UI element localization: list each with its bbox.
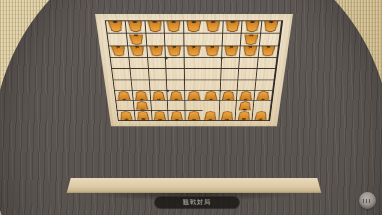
board-cell-4e[interactable] [203, 69, 221, 80]
status-pill[interactable]: 観戦対局 [154, 196, 240, 209]
piece-face [112, 46, 125, 55]
board-cell-5f[interactable] [185, 80, 203, 91]
board-cell-4b[interactable] [203, 34, 222, 46]
board-cell-3f[interactable] [220, 80, 238, 91]
shogi-piece-gyokusho-gote[interactable]: 玉将 [186, 22, 201, 33]
piece-face [207, 22, 220, 32]
board-cell-6f[interactable] [167, 80, 185, 91]
piece-face [120, 112, 132, 120]
piece-face [262, 46, 275, 55]
piece-face [154, 112, 165, 120]
board-cell-7c[interactable]: 歩兵 [147, 46, 166, 58]
shogi-piece-fuhyo-sente[interactable]: 歩兵 [256, 91, 270, 100]
piece-face [169, 46, 181, 55]
shogi-piece-kakugyo-sente[interactable]: 角行 [135, 101, 148, 110]
board-cell-2b[interactable]: 角行 [241, 34, 261, 46]
shogi-piece-fuhyo-gote[interactable]: 歩兵 [242, 46, 257, 56]
shogi-piece-kakugyo-gote[interactable]: 角行 [243, 34, 258, 45]
board-cell-1e[interactable] [257, 69, 276, 80]
piece-face [130, 34, 143, 44]
board-cell-9d[interactable] [111, 58, 131, 69]
piece-face [223, 92, 235, 100]
piece-face [205, 92, 216, 100]
board-cell-3a[interactable]: 銀将 [223, 21, 243, 34]
board-cell-7e[interactable] [148, 69, 167, 80]
shogi-piece-kinsho-sente[interactable]: 金将 [170, 111, 183, 120]
piece-face [188, 92, 200, 100]
shogi-piece-osho-sente[interactable]: 王将 [187, 111, 200, 120]
board-cell-6c[interactable]: 歩兵 [166, 46, 185, 58]
board-cell-8b[interactable]: 飛車 [127, 34, 147, 46]
shogi-piece-ginsho-sente[interactable]: 銀将 [153, 111, 166, 120]
piece-face [257, 92, 269, 100]
board-cell-6b[interactable] [165, 34, 184, 46]
shogi-piece-kyosha-gote[interactable]: 香車 [263, 22, 279, 33]
board-cell-5g[interactable]: 歩兵 [185, 91, 203, 101]
piece-face [245, 22, 258, 32]
board-cell-6h[interactable] [168, 101, 185, 111]
board-cell-9h[interactable] [116, 101, 134, 111]
board-cell-6a[interactable]: 金将 [165, 21, 185, 34]
piece-face [264, 22, 278, 32]
shogi-piece-ginsho-sente[interactable]: 銀将 [221, 111, 234, 120]
piece-face [135, 92, 147, 100]
piece-face [153, 92, 165, 100]
shogi-piece-fuhyo-sente[interactable]: 歩兵 [222, 91, 235, 100]
shogi-piece-fuhyo-gote[interactable]: 歩兵 [187, 46, 202, 56]
board-cell-3h[interactable] [219, 101, 237, 111]
board-cell-2i[interactable]: 桂馬 [236, 111, 254, 121]
shogi-piece-kyosha-sente[interactable]: 香車 [254, 111, 268, 120]
shogi-piece-hisha-sente[interactable]: 飛車 [238, 101, 251, 110]
piece-face [170, 92, 181, 100]
board-cell-7a[interactable]: 銀将 [145, 21, 165, 34]
board-cell-3g[interactable]: 歩兵 [220, 91, 238, 101]
shogi-piece-fuhyo-gote[interactable]: 歩兵 [261, 46, 276, 56]
board-cell-8c[interactable]: 歩兵 [128, 46, 148, 58]
board-cell-4d[interactable] [203, 58, 222, 69]
board-cell-9g[interactable]: 歩兵 [115, 91, 134, 101]
shogi-piece-ginsho-gote[interactable]: 銀将 [147, 22, 162, 33]
board-cell-7d[interactable] [148, 58, 167, 69]
board-cell-2d[interactable] [239, 58, 258, 69]
piece-face [226, 22, 239, 32]
piece-face [171, 112, 182, 120]
board-cell-6e[interactable] [167, 69, 185, 80]
board-cell-2a[interactable]: 桂馬 [242, 21, 262, 34]
piece-face [240, 92, 252, 100]
shogi-piece-fuhyo-sente[interactable]: 歩兵 [117, 91, 131, 100]
board-cell-2c[interactable]: 歩兵 [240, 46, 260, 58]
board-cell-5e[interactable] [185, 69, 203, 80]
piece-face [136, 102, 148, 110]
board-cell-1b[interactable] [260, 34, 280, 46]
piece-face [188, 46, 201, 55]
shogi-piece-ginsho-gote[interactable]: 銀将 [225, 22, 240, 33]
board-cell-8f[interactable] [131, 80, 150, 91]
board-cell-4f[interactable] [203, 80, 221, 91]
shogi-piece-kinsho-sente[interactable]: 金将 [204, 111, 217, 120]
board-cell-7i[interactable]: 銀将 [151, 111, 168, 121]
board-cell-6g[interactable]: 歩兵 [168, 91, 186, 101]
board-cell-2h[interactable]: 飛車 [237, 101, 255, 111]
shogi-piece-kyosha-gote[interactable]: 香車 [108, 22, 124, 33]
board-cell-1a[interactable]: 香車 [261, 21, 282, 34]
board-cell-4i[interactable]: 金将 [202, 111, 219, 121]
shogi-piece-fuhyo-sente[interactable]: 歩兵 [134, 91, 148, 100]
board-cell-9i[interactable]: 香車 [117, 111, 135, 121]
piece-face [131, 46, 144, 55]
board-cell-5c[interactable]: 歩兵 [185, 46, 204, 58]
board-cell-6d[interactable] [166, 58, 185, 69]
board-cell-3b[interactable] [222, 34, 242, 46]
board-cell-7f[interactable] [149, 80, 167, 91]
shogi-piece-keima-gote[interactable]: 桂馬 [244, 22, 259, 33]
shogi-piece-fuhyo-sente[interactable]: 歩兵 [187, 91, 201, 100]
board-cell-9a[interactable]: 香車 [106, 21, 127, 34]
game-scene: 香車桂馬銀将金将玉将金将銀将桂馬香車飛車角行歩兵歩兵歩兵歩兵歩兵歩兵歩兵歩兵歩兵… [0, 0, 382, 215]
shogi-piece-fuhyo-gote[interactable]: 歩兵 [149, 46, 163, 56]
shogi-piece-fuhyo-sente[interactable]: 歩兵 [239, 91, 253, 100]
board-cell-9b[interactable] [108, 34, 128, 46]
shogi-piece-fuhyo-gote[interactable]: 歩兵 [168, 46, 182, 56]
board-cell-1c[interactable]: 歩兵 [259, 46, 279, 58]
board-cell-8a[interactable]: 桂馬 [125, 21, 145, 34]
piece-face [109, 22, 123, 32]
board-cell-7b[interactable] [146, 34, 166, 46]
board-cell-1i[interactable]: 香車 [253, 111, 271, 121]
shogi-piece-kyosha-sente[interactable]: 香車 [119, 111, 133, 120]
board-cell-9e[interactable] [112, 69, 131, 80]
shogi-piece-fuhyo-gote[interactable]: 歩兵 [224, 46, 238, 56]
piece-face [255, 112, 267, 120]
piece-face [238, 112, 249, 120]
piece-face [225, 46, 237, 55]
board-cell-3c[interactable]: 歩兵 [222, 46, 241, 58]
corner-circle-button[interactable] [359, 192, 376, 209]
piece-face [244, 34, 257, 44]
shogi-piece-kinsho-gote[interactable]: 金将 [206, 22, 221, 33]
board-cell-8d[interactable] [129, 58, 148, 69]
piece-face [222, 112, 233, 120]
shogi-piece-fuhyo-gote[interactable]: 歩兵 [111, 46, 126, 56]
board-cell-5h[interactable] [185, 101, 202, 111]
piece-face [239, 102, 251, 111]
shogi-piece-kinsho-gote[interactable]: 金将 [167, 22, 182, 33]
board-cell-6i[interactable]: 金将 [168, 111, 185, 121]
shogi-piece-fuhyo-sente[interactable]: 歩兵 [169, 91, 182, 100]
board-cell-9c[interactable]: 歩兵 [109, 46, 129, 58]
piece-face [137, 112, 148, 120]
shogi-piece-fuhyo-gote[interactable]: 歩兵 [130, 46, 145, 56]
piece-face [148, 22, 161, 32]
board-cell-4g[interactable]: 歩兵 [203, 91, 221, 101]
board-cell-8g[interactable]: 歩兵 [132, 91, 150, 101]
piece-face [188, 112, 200, 120]
board-cell-3e[interactable] [221, 69, 240, 80]
board-grid: 香車桂馬銀将金将玉将金将銀将桂馬香車飛車角行歩兵歩兵歩兵歩兵歩兵歩兵歩兵歩兵歩兵… [105, 20, 283, 121]
board-cell-5a[interactable]: 玉将 [184, 21, 204, 34]
board-cell-7g[interactable]: 歩兵 [150, 91, 168, 101]
piece-face [168, 22, 181, 32]
board-cell-1d[interactable] [258, 58, 278, 69]
board-cell-8h[interactable]: 角行 [133, 101, 151, 111]
board-cell-4c[interactable]: 歩兵 [203, 46, 222, 58]
board-cell-7h[interactable] [151, 101, 169, 111]
piece-face [187, 22, 200, 32]
shogi-piece-keima-sente[interactable]: 桂馬 [238, 111, 251, 120]
board-cell-2f[interactable] [238, 80, 257, 91]
board-cell-2g[interactable]: 歩兵 [237, 91, 255, 101]
shogi-piece-fuhyo-sente[interactable]: 歩兵 [152, 91, 165, 100]
piece-face [150, 46, 163, 55]
board-cell-8e[interactable] [130, 69, 149, 80]
piece-face [118, 92, 130, 100]
board-cell-5i[interactable]: 王将 [185, 111, 202, 121]
piece-face [206, 46, 218, 55]
shogi-piece-keima-gote[interactable]: 桂馬 [128, 22, 143, 33]
board-cell-5b[interactable] [184, 34, 203, 46]
shogi-piece-fuhyo-gote[interactable]: 歩兵 [205, 46, 219, 56]
board-cell-1h[interactable] [254, 101, 272, 111]
board-cell-5d[interactable] [185, 58, 204, 69]
shogi-board: 香車桂馬銀将金将玉将金将銀将桂馬香車飛車角行歩兵歩兵歩兵歩兵歩兵歩兵歩兵歩兵歩兵… [95, 14, 293, 126]
board-cell-9f[interactable] [114, 80, 133, 91]
board-cell-4h[interactable] [202, 101, 219, 111]
board-top-face: 香車桂馬銀将金将玉将金将銀将桂馬香車飛車角行歩兵歩兵歩兵歩兵歩兵歩兵歩兵歩兵歩兵… [95, 14, 293, 126]
status-pill-label: 観戦対局 [183, 198, 211, 207]
board-cell-4a[interactable]: 金将 [204, 21, 224, 34]
board-cell-1f[interactable] [256, 80, 275, 91]
board-cell-8i[interactable]: 桂馬 [134, 111, 152, 121]
board-cell-2e[interactable] [239, 69, 258, 80]
shogi-piece-fuhyo-sente[interactable]: 歩兵 [204, 91, 217, 100]
piece-face [243, 46, 256, 55]
piece-face [205, 112, 216, 120]
board-cell-3i[interactable]: 銀将 [219, 111, 236, 121]
board-side-face [60, 178, 328, 193]
shogi-piece-keima-sente[interactable]: 桂馬 [136, 111, 149, 120]
board-cell-3d[interactable] [221, 58, 240, 69]
board-cell-1g[interactable]: 歩兵 [255, 91, 274, 101]
shogi-piece-hisha-gote[interactable]: 飛車 [129, 34, 144, 45]
piece-face [129, 22, 142, 32]
